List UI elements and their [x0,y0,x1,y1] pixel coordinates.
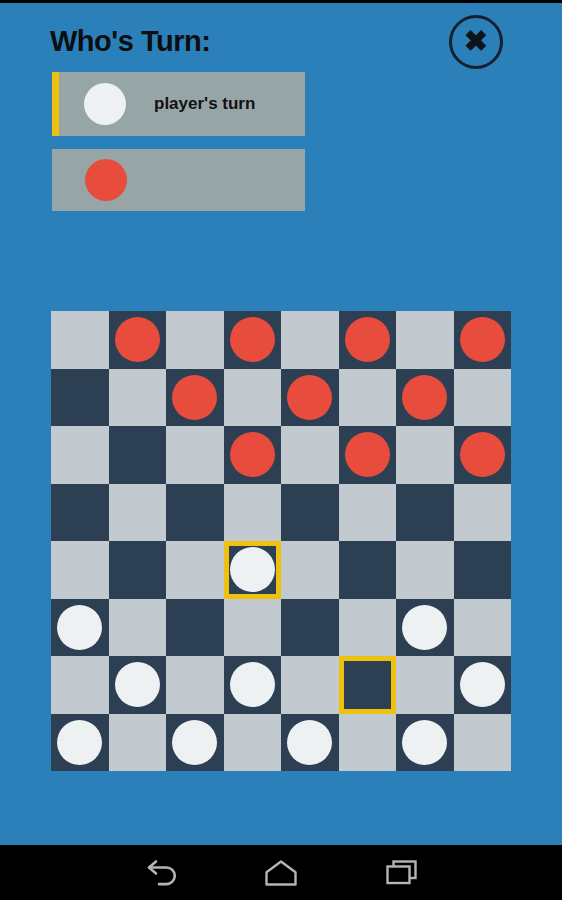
square-r4c3[interactable] [166,484,224,542]
square-r4c6[interactable] [339,484,397,542]
square-r3c3[interactable] [166,426,224,484]
white-piece[interactable] [57,720,102,765]
square-r5c8[interactable] [454,541,512,599]
square-r8c6[interactable] [339,714,397,772]
square-r8c1[interactable] [51,714,109,772]
square-r7c1[interactable] [51,656,109,714]
red-piece[interactable] [460,432,505,477]
back-arrow-icon [144,859,178,886]
checkers-board [51,311,511,771]
red-piece-icon [85,159,127,201]
square-r8c2[interactable] [109,714,167,772]
turn-indicator-red [52,149,305,211]
square-r1c2[interactable] [109,311,167,369]
square-r1c7[interactable] [396,311,454,369]
square-r3c4[interactable] [224,426,282,484]
square-r2c2[interactable] [109,369,167,427]
square-r6c2[interactable] [109,599,167,657]
square-r2c4[interactable] [224,369,282,427]
square-r2c3[interactable] [166,369,224,427]
white-piece[interactable] [402,605,447,650]
square-r5c7[interactable] [396,541,454,599]
square-r1c4[interactable] [224,311,282,369]
square-r3c5[interactable] [281,426,339,484]
turn-indicator-white: player's turn [52,72,305,136]
square-r2c8[interactable] [454,369,512,427]
square-r7c6[interactable] [339,656,397,714]
square-r1c1[interactable] [51,311,109,369]
square-r1c8[interactable] [454,311,512,369]
square-r6c5[interactable] [281,599,339,657]
white-piece[interactable] [460,662,505,707]
square-r7c2[interactable] [109,656,167,714]
square-r8c5[interactable] [281,714,339,772]
square-r4c5[interactable] [281,484,339,542]
square-r3c7[interactable] [396,426,454,484]
recent-apps-icon [385,859,418,886]
square-r4c8[interactable] [454,484,512,542]
square-r2c1[interactable] [51,369,109,427]
red-piece[interactable] [172,375,217,420]
status-bar [0,0,562,3]
square-r6c6[interactable] [339,599,397,657]
square-r2c7[interactable] [396,369,454,427]
square-r8c3[interactable] [166,714,224,772]
square-r3c8[interactable] [454,426,512,484]
app-screen: Who's Turn: ✖ player's turn [0,0,562,900]
red-piece[interactable] [402,375,447,420]
home-button[interactable] [261,857,301,889]
red-piece[interactable] [287,375,332,420]
square-r7c5[interactable] [281,656,339,714]
square-r1c3[interactable] [166,311,224,369]
white-piece-icon [84,83,126,125]
square-r3c6[interactable] [339,426,397,484]
square-r5c5[interactable] [281,541,339,599]
red-piece[interactable] [115,317,160,362]
close-icon: ✖ [464,27,488,56]
close-button[interactable]: ✖ [449,15,503,69]
square-r7c3[interactable] [166,656,224,714]
square-r1c5[interactable] [281,311,339,369]
square-r8c4[interactable] [224,714,282,772]
square-r2c5[interactable] [281,369,339,427]
square-r6c8[interactable] [454,599,512,657]
turn-label: player's turn [154,94,255,114]
white-piece[interactable] [230,662,275,707]
white-piece[interactable] [115,662,160,707]
white-piece[interactable] [402,720,447,765]
square-r4c4[interactable] [224,484,282,542]
back-button[interactable] [141,857,181,889]
square-r4c7[interactable] [396,484,454,542]
square-r3c1[interactable] [51,426,109,484]
square-r6c3[interactable] [166,599,224,657]
square-r4c2[interactable] [109,484,167,542]
white-piece[interactable] [57,605,102,650]
recents-button[interactable] [381,857,421,889]
page-title: Who's Turn: [50,27,210,56]
square-r6c4[interactable] [224,599,282,657]
square-r7c8[interactable] [454,656,512,714]
square-r6c7[interactable] [396,599,454,657]
square-r5c4[interactable] [224,541,282,599]
square-r7c4[interactable] [224,656,282,714]
home-icon [263,859,299,886]
red-piece[interactable] [345,432,390,477]
square-r7c7[interactable] [396,656,454,714]
white-piece[interactable] [230,547,275,592]
square-r5c6[interactable] [339,541,397,599]
square-r5c3[interactable] [166,541,224,599]
red-piece[interactable] [460,317,505,362]
square-r3c2[interactable] [109,426,167,484]
white-piece[interactable] [172,720,217,765]
square-r4c1[interactable] [51,484,109,542]
white-piece[interactable] [287,720,332,765]
square-r8c8[interactable] [454,714,512,772]
red-piece[interactable] [230,432,275,477]
red-piece[interactable] [230,317,275,362]
red-piece[interactable] [345,317,390,362]
navigation-bar [0,845,562,900]
square-r8c7[interactable] [396,714,454,772]
square-r5c2[interactable] [109,541,167,599]
square-r2c6[interactable] [339,369,397,427]
square-r1c6[interactable] [339,311,397,369]
square-r6c1[interactable] [51,599,109,657]
square-r5c1[interactable] [51,541,109,599]
